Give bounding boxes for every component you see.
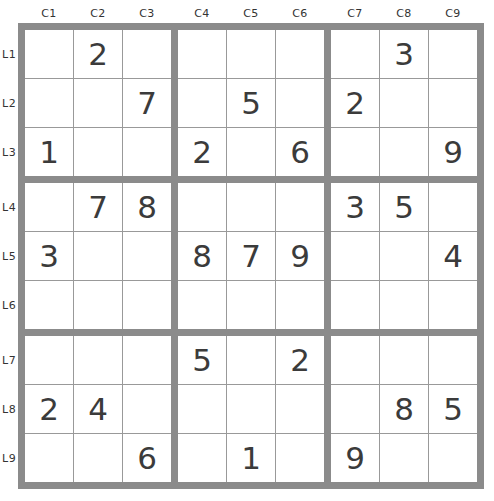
column-label-C7: C7 xyxy=(331,7,379,20)
cell-L8C1[interactable]: 2 xyxy=(25,385,73,433)
cell-L3C1[interactable]: 1 xyxy=(25,128,73,176)
cell-L7C6[interactable]: 2 xyxy=(276,336,324,384)
cell-L5C1[interactable]: 3 xyxy=(25,232,73,280)
cell-L9C5[interactable]: 1 xyxy=(227,434,275,482)
sudoku-board: 271526329783879354246521859 xyxy=(18,23,484,489)
block-3: 329 xyxy=(331,30,477,176)
cell-L7C5[interactable] xyxy=(227,336,275,384)
row-label-L8: L8 xyxy=(2,385,18,433)
cell-L3C8[interactable] xyxy=(380,128,428,176)
cell-L1C6[interactable] xyxy=(276,30,324,78)
cell-L3C6[interactable]: 6 xyxy=(276,128,324,176)
cell-L5C3[interactable] xyxy=(123,232,171,280)
cell-L2C9[interactable] xyxy=(429,79,477,127)
cell-L6C7[interactable] xyxy=(331,281,379,329)
cell-L1C8[interactable]: 3 xyxy=(380,30,428,78)
cell-L4C9[interactable] xyxy=(429,183,477,231)
column-labels: C1C2C3C4C5C6C7C8C9 xyxy=(18,0,484,23)
cell-L1C2[interactable]: 2 xyxy=(74,30,122,78)
cell-L8C5[interactable] xyxy=(227,385,275,433)
cell-L2C2[interactable] xyxy=(74,79,122,127)
cell-L7C3[interactable] xyxy=(123,336,171,384)
cell-L7C2[interactable] xyxy=(74,336,122,384)
cell-L8C2[interactable]: 4 xyxy=(74,385,122,433)
cell-L9C9[interactable] xyxy=(429,434,477,482)
cell-L4C8[interactable]: 5 xyxy=(380,183,428,231)
cell-L6C6[interactable] xyxy=(276,281,324,329)
cell-L9C3[interactable]: 6 xyxy=(123,434,171,482)
cell-L5C9[interactable]: 4 xyxy=(429,232,477,280)
column-label-C8: C8 xyxy=(380,7,428,20)
cell-L9C4[interactable] xyxy=(178,434,226,482)
cell-L6C8[interactable] xyxy=(380,281,428,329)
row-label-L5: L5 xyxy=(2,232,18,280)
block-1: 271 xyxy=(25,30,171,176)
corner-spacer xyxy=(0,0,18,23)
cell-L6C3[interactable] xyxy=(123,281,171,329)
cell-L2C3[interactable]: 7 xyxy=(123,79,171,127)
row-label-L9: L9 xyxy=(2,434,18,482)
cell-L1C5[interactable] xyxy=(227,30,275,78)
cell-L7C7[interactable] xyxy=(331,336,379,384)
row-label-L1: L1 xyxy=(2,30,18,78)
cell-L9C2[interactable] xyxy=(74,434,122,482)
column-label-C2: C2 xyxy=(74,7,122,20)
cell-L9C7[interactable]: 9 xyxy=(331,434,379,482)
cell-L2C8[interactable] xyxy=(380,79,428,127)
cell-L3C3[interactable] xyxy=(123,128,171,176)
cell-L1C7[interactable] xyxy=(331,30,379,78)
cell-L8C8[interactable]: 8 xyxy=(380,385,428,433)
row-label-L4: L4 xyxy=(2,183,18,231)
cell-L9C8[interactable] xyxy=(380,434,428,482)
cell-L1C9[interactable] xyxy=(429,30,477,78)
cell-L5C4[interactable]: 8 xyxy=(178,232,226,280)
block-2: 526 xyxy=(178,30,324,176)
cell-L5C2[interactable] xyxy=(74,232,122,280)
cell-L7C4[interactable]: 5 xyxy=(178,336,226,384)
column-label-C6: C6 xyxy=(276,7,324,20)
cell-L6C2[interactable] xyxy=(74,281,122,329)
cell-L1C1[interactable] xyxy=(25,30,73,78)
sudoku-page: C1C2C3C4C5C6C7C8C9 L1L2L3L4L5L6L7L8L9 27… xyxy=(0,0,494,489)
cell-L1C4[interactable] xyxy=(178,30,226,78)
column-label-C1: C1 xyxy=(25,7,73,20)
cell-L9C1[interactable] xyxy=(25,434,73,482)
cell-L2C5[interactable]: 5 xyxy=(227,79,275,127)
cell-L3C2[interactable] xyxy=(74,128,122,176)
cell-L6C1[interactable] xyxy=(25,281,73,329)
cell-L4C5[interactable] xyxy=(227,183,275,231)
row-label-L7: L7 xyxy=(2,336,18,384)
row-labels: L1L2L3L4L5L6L7L8L9 xyxy=(0,23,18,489)
cell-L5C5[interactable]: 7 xyxy=(227,232,275,280)
cell-L4C7[interactable]: 3 xyxy=(331,183,379,231)
cell-L3C7[interactable] xyxy=(331,128,379,176)
cell-L8C3[interactable] xyxy=(123,385,171,433)
column-label-C5: C5 xyxy=(227,7,275,20)
cell-L5C8[interactable] xyxy=(380,232,428,280)
cell-L2C7[interactable]: 2 xyxy=(331,79,379,127)
cell-L7C8[interactable] xyxy=(380,336,428,384)
block-6: 354 xyxy=(331,183,477,329)
cell-L4C1[interactable] xyxy=(25,183,73,231)
cell-L4C4[interactable] xyxy=(178,183,226,231)
cell-L7C9[interactable] xyxy=(429,336,477,384)
block-9: 859 xyxy=(331,336,477,482)
cell-L1C3[interactable] xyxy=(123,30,171,78)
cell-L7C1[interactable] xyxy=(25,336,73,384)
cell-L8C6[interactable] xyxy=(276,385,324,433)
row-label-L6: L6 xyxy=(2,281,18,329)
cell-L3C9[interactable]: 9 xyxy=(429,128,477,176)
block-4: 783 xyxy=(25,183,171,329)
cell-L6C9[interactable] xyxy=(429,281,477,329)
cell-L6C5[interactable] xyxy=(227,281,275,329)
cell-L2C6[interactable] xyxy=(276,79,324,127)
cell-L8C9[interactable]: 5 xyxy=(429,385,477,433)
cell-L6C4[interactable] xyxy=(178,281,226,329)
row-label-L2: L2 xyxy=(2,79,18,127)
cell-L3C5[interactable] xyxy=(227,128,275,176)
block-8: 521 xyxy=(178,336,324,482)
cell-L4C6[interactable] xyxy=(276,183,324,231)
block-7: 246 xyxy=(25,336,171,482)
cell-L4C2[interactable]: 7 xyxy=(74,183,122,231)
cell-L2C4[interactable] xyxy=(178,79,226,127)
cell-L8C7[interactable] xyxy=(331,385,379,433)
row-label-L3: L3 xyxy=(2,128,18,176)
cell-L5C6[interactable]: 9 xyxy=(276,232,324,280)
cell-L8C4[interactable] xyxy=(178,385,226,433)
cell-L3C4[interactable]: 2 xyxy=(178,128,226,176)
cell-L2C1[interactable] xyxy=(25,79,73,127)
cell-L5C7[interactable] xyxy=(331,232,379,280)
block-5: 879 xyxy=(178,183,324,329)
column-label-C3: C3 xyxy=(123,7,171,20)
cell-L9C6[interactable] xyxy=(276,434,324,482)
cell-L4C3[interactable]: 8 xyxy=(123,183,171,231)
column-label-C9: C9 xyxy=(429,7,477,20)
column-label-C4: C4 xyxy=(178,7,226,20)
